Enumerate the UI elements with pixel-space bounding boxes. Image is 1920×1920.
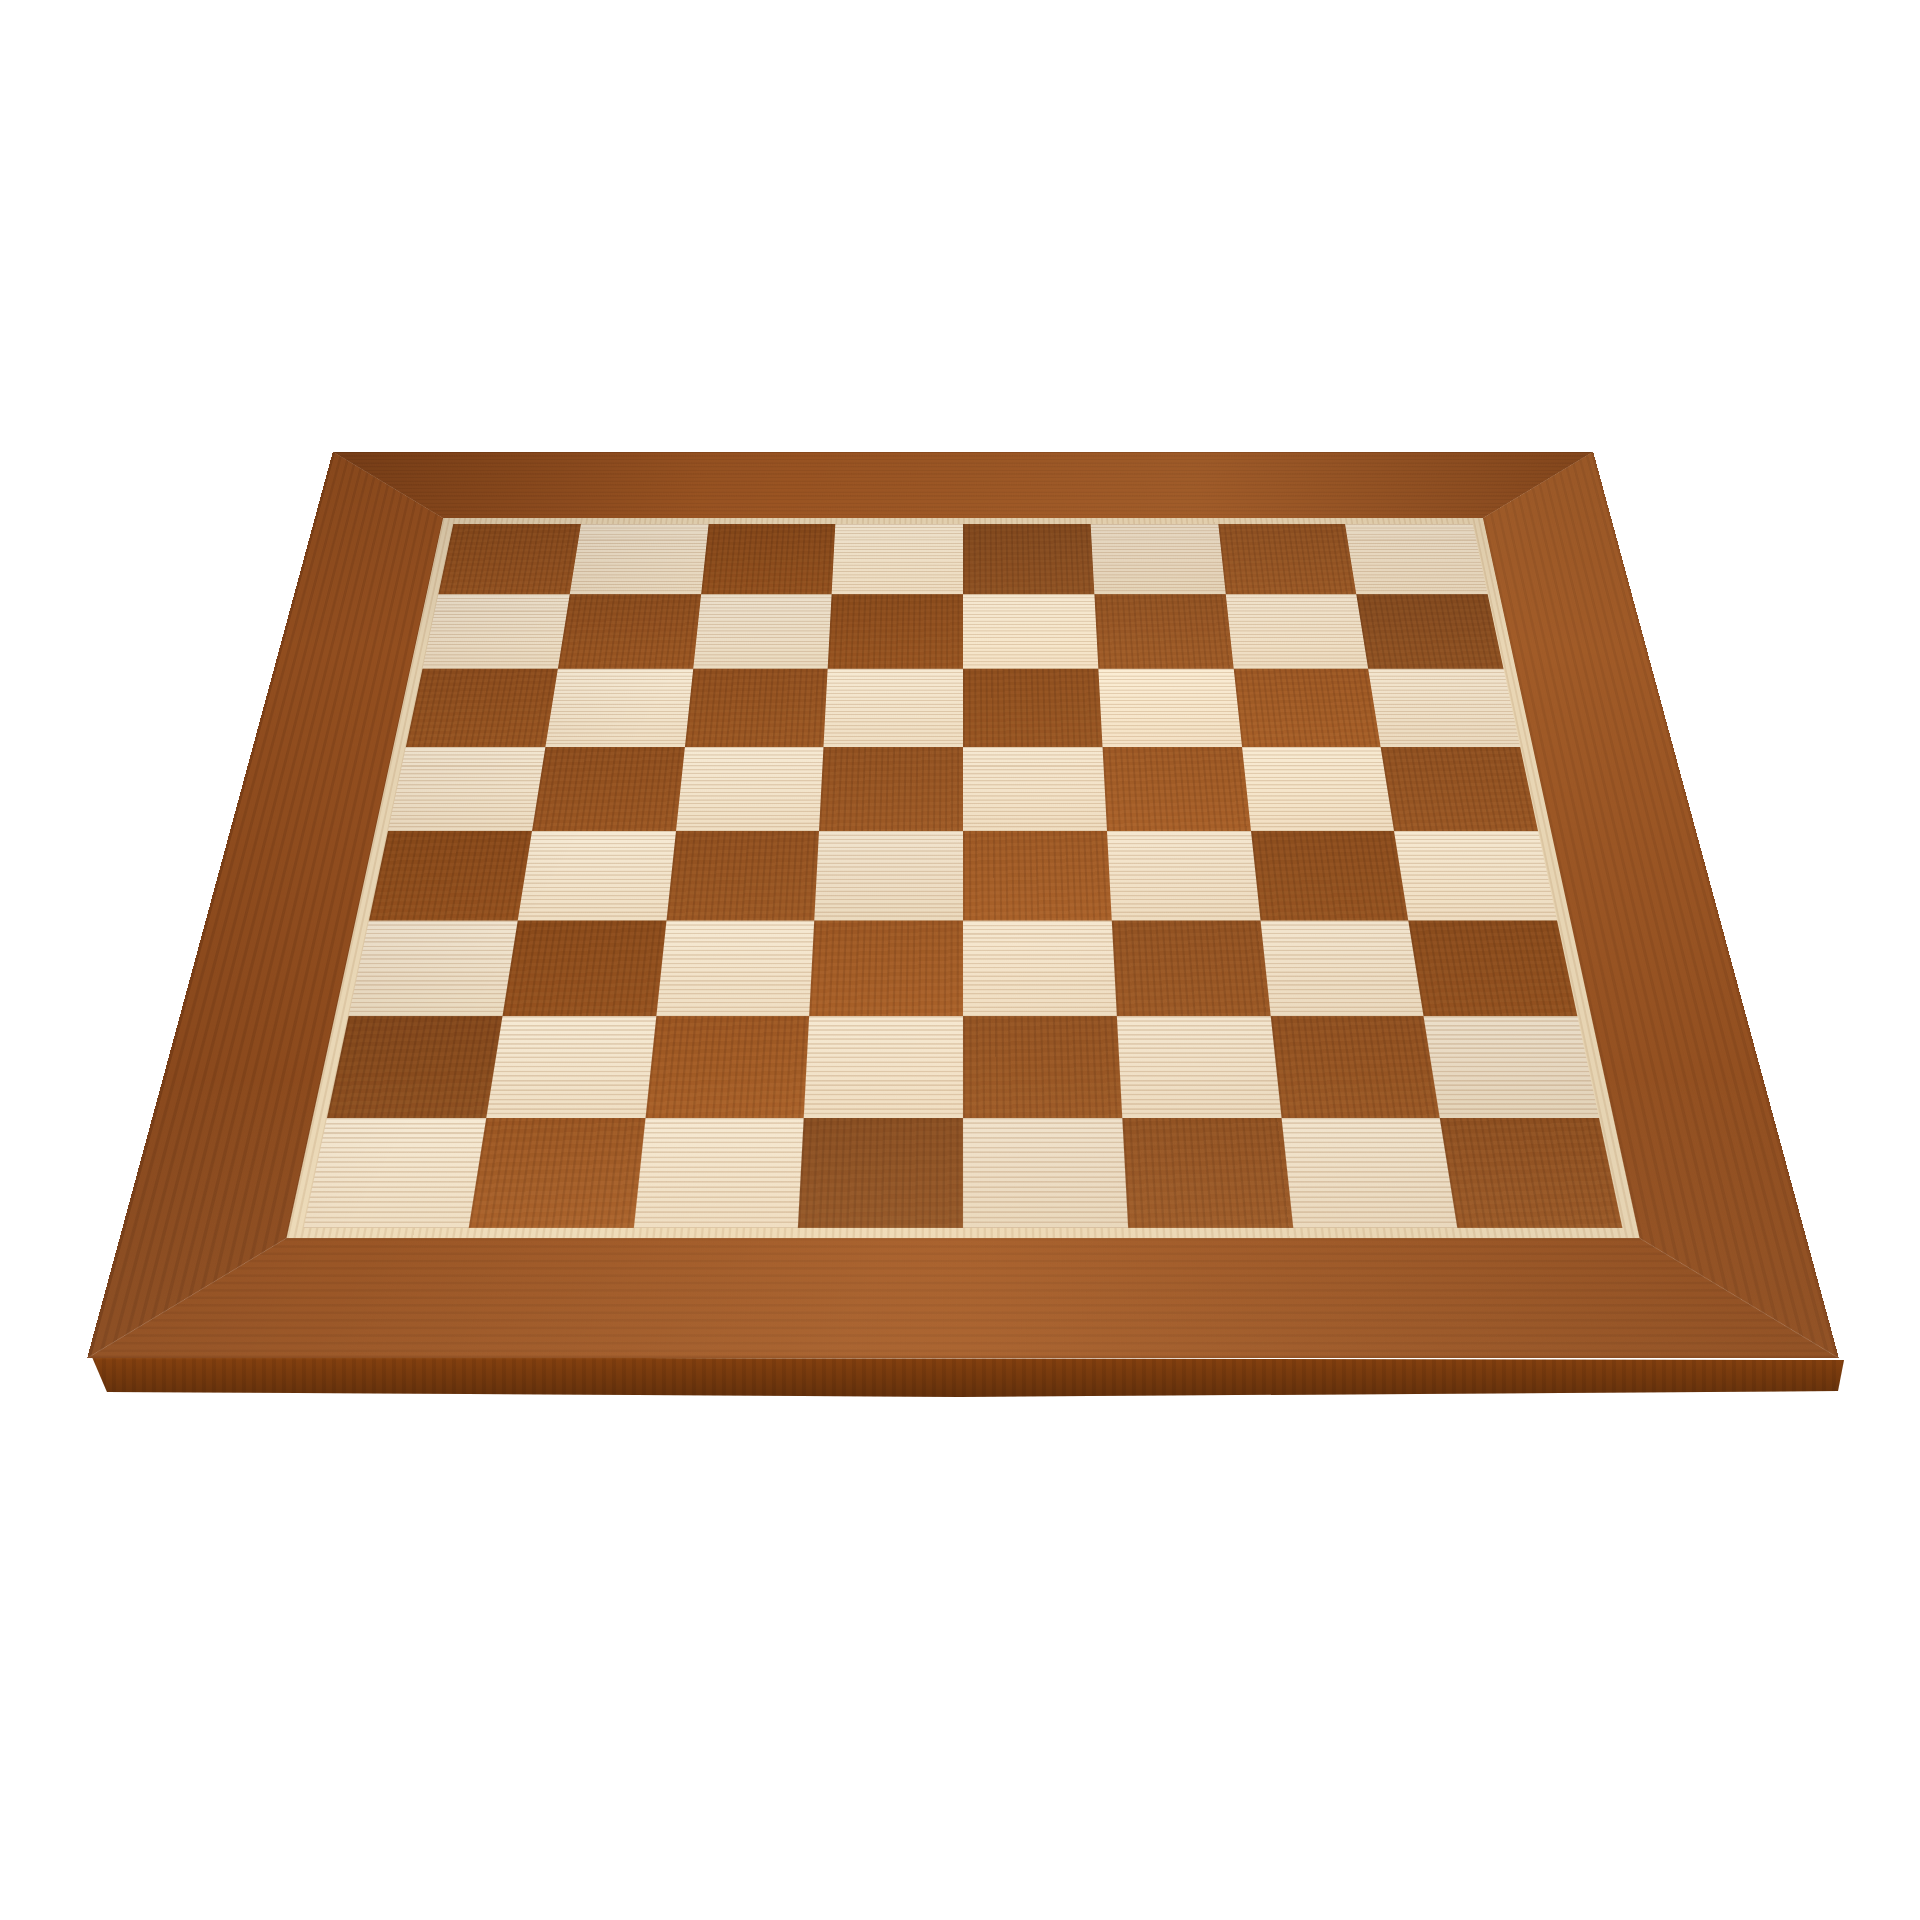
square-g7[interactable] <box>1270 1016 1440 1118</box>
square-g2[interactable] <box>1225 594 1368 668</box>
square-a5[interactable] <box>369 831 532 920</box>
square-f3[interactable] <box>1098 668 1241 747</box>
square-d2[interactable] <box>828 594 963 668</box>
square-b6[interactable] <box>502 920 666 1015</box>
square-a8[interactable] <box>304 1118 486 1228</box>
square-e4[interactable] <box>963 747 1107 831</box>
square-f1[interactable] <box>1090 524 1225 594</box>
square-e1[interactable] <box>963 524 1094 594</box>
square-g1[interactable] <box>1218 524 1357 594</box>
square-c6[interactable] <box>656 920 815 1015</box>
square-a1[interactable] <box>438 524 580 594</box>
square-c2[interactable] <box>693 594 832 668</box>
square-f7[interactable] <box>1117 1016 1281 1118</box>
square-a2[interactable] <box>423 594 570 668</box>
product-photo-scene <box>0 0 1920 1920</box>
square-h3[interactable] <box>1368 668 1520 747</box>
square-h7[interactable] <box>1424 1016 1599 1118</box>
square-b3[interactable] <box>545 668 693 747</box>
square-e8[interactable] <box>963 1118 1128 1228</box>
square-d5[interactable] <box>814 831 963 920</box>
square-e3[interactable] <box>963 668 1102 747</box>
square-b5[interactable] <box>517 831 675 920</box>
square-g3[interactable] <box>1233 668 1381 747</box>
square-g4[interactable] <box>1242 747 1395 831</box>
square-d6[interactable] <box>809 920 963 1015</box>
square-g8[interactable] <box>1281 1118 1458 1228</box>
square-h5[interactable] <box>1394 831 1557 920</box>
square-f2[interactable] <box>1094 594 1233 668</box>
square-c1[interactable] <box>701 524 836 594</box>
square-b8[interactable] <box>468 1118 645 1228</box>
square-h1[interactable] <box>1345 524 1487 594</box>
board-front-edge <box>92 1352 1844 1400</box>
square-c3[interactable] <box>684 668 827 747</box>
square-e2[interactable] <box>963 594 1098 668</box>
square-d3[interactable] <box>824 668 963 747</box>
square-e6[interactable] <box>963 920 1117 1015</box>
square-e7[interactable] <box>963 1016 1122 1118</box>
squares-grid <box>304 524 1623 1228</box>
square-e5[interactable] <box>963 831 1112 920</box>
square-d1[interactable] <box>832 524 963 594</box>
square-d7[interactable] <box>804 1016 963 1118</box>
square-g6[interactable] <box>1260 920 1424 1015</box>
square-f4[interactable] <box>1102 747 1250 831</box>
square-c8[interactable] <box>633 1118 804 1228</box>
square-c7[interactable] <box>645 1016 809 1118</box>
square-f8[interactable] <box>1122 1118 1293 1228</box>
square-h4[interactable] <box>1381 747 1538 831</box>
square-b4[interactable] <box>532 747 685 831</box>
square-a6[interactable] <box>349 920 518 1015</box>
square-h2[interactable] <box>1356 594 1503 668</box>
square-h8[interactable] <box>1440 1118 1622 1228</box>
board-frame-bottom <box>87 1238 1839 1358</box>
chess-board <box>87 452 1839 1358</box>
square-f5[interactable] <box>1107 831 1260 920</box>
square-c5[interactable] <box>666 831 819 920</box>
square-f6[interactable] <box>1112 920 1271 1015</box>
square-c4[interactable] <box>676 747 824 831</box>
square-d4[interactable] <box>819 747 963 831</box>
square-b1[interactable] <box>570 524 709 594</box>
square-a7[interactable] <box>327 1016 502 1118</box>
square-g5[interactable] <box>1251 831 1409 920</box>
square-h6[interactable] <box>1409 920 1578 1015</box>
square-a3[interactable] <box>406 668 558 747</box>
square-a4[interactable] <box>388 747 545 831</box>
board-frame-top <box>315 452 1611 518</box>
square-b7[interactable] <box>486 1016 656 1118</box>
square-d8[interactable] <box>798 1118 963 1228</box>
square-b2[interactable] <box>558 594 701 668</box>
